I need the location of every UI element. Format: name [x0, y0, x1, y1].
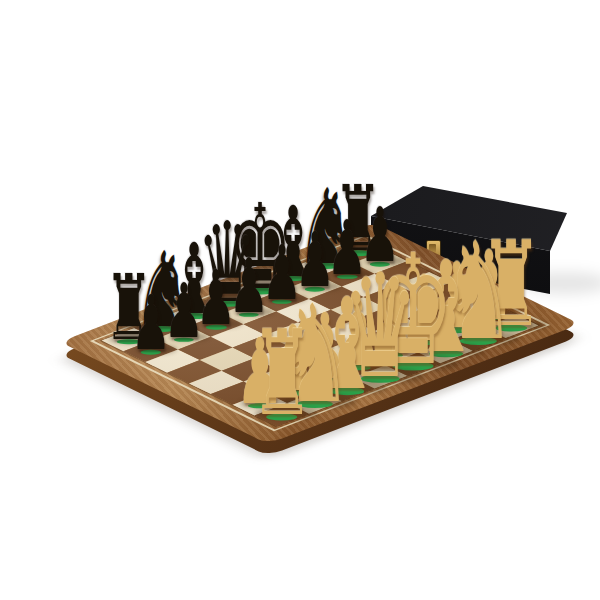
- pieces-layer: ♜♞♝♛♚♝♞♜♟♟♟♟♟♟♟♟♟♟♟♟♟♟♟♟♜♞♝♛♚♝♞♜: [0, 0, 600, 600]
- piece-black-pawn-a7: ♟: [130, 286, 170, 361]
- piece-white-rook-a1: ♜: [250, 315, 313, 432]
- product-photo: ♜♞♝♛♚♝♞♜♟♟♟♟♟♟♟♟♟♟♟♟♟♟♟♟♜♞♝♛♚♝♞♜: [0, 0, 600, 600]
